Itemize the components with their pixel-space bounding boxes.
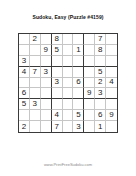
sudoku-cell-r7c5 [63,99,74,110]
sudoku-cell-r3c1: 3 [19,56,30,67]
sudoku-cell-r7c6 [73,99,84,110]
sudoku-cell-r6c9 [106,88,117,99]
sudoku-cell-r2c5 [63,45,74,56]
sudoku-cell-r7c2: 3 [30,99,41,110]
sudoku-cell-r6c5 [63,88,74,99]
sudoku-cell-r3c3 [41,56,52,67]
sudoku-cell-r6c4 [52,88,63,99]
sudoku-cell-r3c6 [73,56,84,67]
sudoku-cell-r1c6 [73,34,84,45]
sudoku-cell-r6c8: 3 [95,88,106,99]
sudoku-cell-r1c3 [41,34,52,45]
sudoku-print-page: Sudoku, Easy (Puzzle #4159) 287951834735… [0,0,136,176]
sudoku-cell-r9c8: 1 [95,121,106,132]
sudoku-cell-r5c4: 3 [52,78,63,89]
sudoku-cell-r1c5 [63,34,74,45]
sudoku-cell-r4c4 [52,67,63,78]
sudoku-cell-r5c1 [19,78,30,89]
sudoku-cell-r4c3: 3 [41,67,52,78]
sudoku-cell-r4c5 [63,67,74,78]
sudoku-cell-r9c5 [63,121,74,132]
sudoku-cell-r6c7: 9 [84,88,95,99]
footer-url: www.PrintFreeSudoku.com [0,162,136,167]
sudoku-cell-r7c9 [106,99,117,110]
sudoku-cell-r7c8 [95,99,106,110]
sudoku-cell-r5c5 [63,78,74,89]
sudoku-cell-r1c4: 8 [52,34,63,45]
sudoku-cell-r8c6: 5 [73,110,84,121]
sudoku-cell-r9c6: 3 [73,121,84,132]
sudoku-cell-r1c2: 2 [30,34,41,45]
sudoku-cell-r3c5 [63,56,74,67]
sudoku-cell-r5c3 [41,78,52,89]
sudoku-cell-r5c8: 2 [95,78,106,89]
sudoku-cell-r2c9 [106,45,117,56]
sudoku-cell-r3c7 [84,56,95,67]
sudoku-cell-r6c3 [41,88,52,99]
sudoku-cell-r3c9 [106,56,117,67]
sudoku-cell-r5c6: 6 [73,78,84,89]
sudoku-cell-r9c3 [41,121,52,132]
sudoku-cell-r8c1 [19,110,30,121]
sudoku-cell-r8c2 [30,110,41,121]
sudoku-cell-r5c7 [84,78,95,89]
sudoku-cell-r6c6 [73,88,84,99]
sudoku-cell-r7c1: 5 [19,99,30,110]
sudoku-cell-r9c4: 7 [52,121,63,132]
sudoku-cell-r8c8: 6 [95,110,106,121]
sudoku-cell-r4c9 [106,67,117,78]
sudoku-cell-r2c3: 9 [41,45,52,56]
sudoku-cell-r9c7 [84,121,95,132]
sudoku-cell-r2c1 [19,45,30,56]
sudoku-cell-r2c2 [30,45,41,56]
sudoku-cell-r8c7 [84,110,95,121]
sudoku-cell-r4c1: 4 [19,67,30,78]
sudoku-cell-r7c7 [84,99,95,110]
sudoku-cell-r3c8 [95,56,106,67]
sudoku-cell-r9c1: 2 [19,121,30,132]
sudoku-cell-r3c4 [52,56,63,67]
page-title: Sudoku, Easy (Puzzle #4159) [0,14,136,20]
sudoku-cell-r2c8: 8 [95,45,106,56]
sudoku-cell-r1c9 [106,34,117,45]
sudoku-cell-r5c9: 4 [106,78,117,89]
sudoku-cell-r8c3 [41,110,52,121]
sudoku-cell-r1c1 [19,34,30,45]
sudoku-cell-r9c9 [106,121,117,132]
sudoku-cell-r4c2: 7 [30,67,41,78]
sudoku-cell-r7c3 [41,99,52,110]
sudoku-cell-r2c7 [84,45,95,56]
sudoku-cell-r8c9: 9 [106,110,117,121]
sudoku-cell-r7c4 [52,99,63,110]
sudoku-board: 28795183473536246935345692731 [18,33,118,133]
sudoku-cell-r1c8: 7 [95,34,106,45]
sudoku-cell-r3c2 [30,56,41,67]
sudoku-cell-r8c4: 4 [52,110,63,121]
sudoku-cell-r4c8: 5 [95,67,106,78]
sudoku-cell-r4c6 [73,67,84,78]
sudoku-cell-r6c2 [30,88,41,99]
sudoku-cell-r1c7 [84,34,95,45]
sudoku-cell-r2c6: 1 [73,45,84,56]
sudoku-cell-r6c1: 6 [19,88,30,99]
sudoku-cell-r8c5 [63,110,74,121]
sudoku-cell-r5c2 [30,78,41,89]
sudoku-cell-r4c7 [84,67,95,78]
sudoku-cell-r2c4: 5 [52,45,63,56]
sudoku-cell-r9c2 [30,121,41,132]
